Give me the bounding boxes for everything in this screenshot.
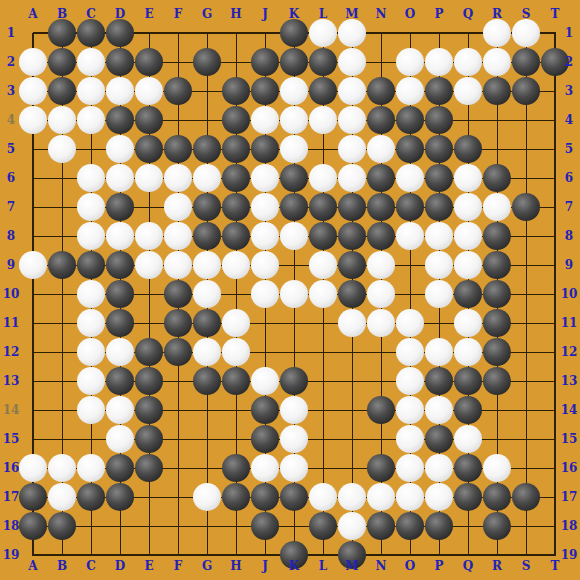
black-stone-D17 (106, 483, 134, 511)
white-stone-B16 (48, 454, 76, 482)
white-stone-P2 (425, 48, 453, 76)
white-stone-C8 (77, 222, 105, 250)
row-label-right-17: 17 (561, 490, 578, 504)
white-stone-C13 (77, 367, 105, 395)
col-label-top-D: D (115, 7, 125, 21)
col-label-bottom-R: R (492, 559, 502, 573)
black-stone-B1 (48, 19, 76, 47)
white-stone-C12 (77, 338, 105, 366)
col-label-bottom-S: S (522, 559, 531, 573)
white-stone-P8 (425, 222, 453, 250)
row-label-right-3: 3 (565, 84, 573, 98)
black-stone-R17 (483, 483, 511, 511)
row-label-right-19: 19 (561, 548, 578, 562)
white-stone-C7 (77, 193, 105, 221)
black-stone-C9 (77, 251, 105, 279)
white-stone-L6 (309, 164, 337, 192)
white-stone-O17 (396, 483, 424, 511)
black-stone-E15 (135, 425, 163, 453)
col-label-top-S: S (522, 7, 531, 21)
white-stone-L9 (309, 251, 337, 279)
black-stone-G13 (193, 367, 221, 395)
white-stone-D5 (106, 135, 134, 163)
black-stone-O4 (396, 106, 424, 134)
black-stone-D7 (106, 193, 134, 221)
col-label-bottom-J: J (262, 559, 268, 573)
row-label-left-3: 3 (7, 84, 15, 98)
row-label-left-19: 19 (3, 548, 20, 562)
white-stone-K4 (280, 106, 308, 134)
grid-vline-S (526, 33, 527, 556)
white-stone-D3 (106, 77, 134, 105)
white-stone-Q9 (454, 251, 482, 279)
row-label-right-12: 12 (561, 345, 578, 359)
black-stone-S17 (512, 483, 540, 511)
white-stone-J6 (251, 164, 279, 192)
col-label-top-K: K (289, 7, 299, 21)
white-stone-C14 (77, 396, 105, 424)
row-label-left-13: 13 (3, 374, 20, 388)
row-label-right-2: 2 (565, 55, 573, 69)
white-stone-R16 (483, 454, 511, 482)
white-stone-C11 (77, 309, 105, 337)
white-stone-P10 (425, 280, 453, 308)
white-stone-K3 (280, 77, 308, 105)
white-stone-M18 (338, 512, 366, 540)
black-stone-M9 (338, 251, 366, 279)
black-stone-H3 (222, 77, 250, 105)
black-stone-F11 (164, 309, 192, 337)
white-stone-Q8 (454, 222, 482, 250)
row-label-right-8: 8 (565, 229, 573, 243)
black-stone-O18 (396, 512, 424, 540)
row-label-left-15: 15 (3, 432, 20, 446)
black-stone-B9 (48, 251, 76, 279)
col-label-bottom-D: D (115, 559, 125, 573)
black-stone-M7 (338, 193, 366, 221)
white-stone-F8 (164, 222, 192, 250)
black-stone-D1 (106, 19, 134, 47)
white-stone-J9 (251, 251, 279, 279)
black-stone-B18 (48, 512, 76, 540)
white-stone-A4 (19, 106, 47, 134)
row-label-right-18: 18 (561, 519, 578, 533)
black-stone-G7 (193, 193, 221, 221)
white-stone-H11 (222, 309, 250, 337)
white-stone-N9 (367, 251, 395, 279)
grid-vline-T (554, 33, 556, 556)
black-stone-H8 (222, 222, 250, 250)
white-stone-L4 (309, 106, 337, 134)
black-stone-N6 (367, 164, 395, 192)
black-stone-P15 (425, 425, 453, 453)
black-stone-P18 (425, 512, 453, 540)
go-board[interactable]: AABBCCDDEEFFGGHHJJKKLLMMNNOOPPQQRRSSTT11… (0, 0, 580, 580)
white-stone-P16 (425, 454, 453, 482)
black-stone-D9 (106, 251, 134, 279)
white-stone-G9 (193, 251, 221, 279)
white-stone-N11 (367, 309, 395, 337)
col-label-top-A: A (28, 7, 37, 21)
black-stone-L18 (309, 512, 337, 540)
black-stone-S7 (512, 193, 540, 221)
col-label-bottom-C: C (86, 559, 96, 573)
black-stone-H13 (222, 367, 250, 395)
black-stone-K2 (280, 48, 308, 76)
black-stone-B2 (48, 48, 76, 76)
white-stone-P9 (425, 251, 453, 279)
col-label-top-M: M (345, 7, 358, 21)
black-stone-K13 (280, 367, 308, 395)
white-stone-M1 (338, 19, 366, 47)
white-stone-K10 (280, 280, 308, 308)
white-stone-J13 (251, 367, 279, 395)
black-stone-D10 (106, 280, 134, 308)
white-stone-O13 (396, 367, 424, 395)
row-label-right-10: 10 (561, 287, 578, 301)
white-stone-O2 (396, 48, 424, 76)
col-label-bottom-G: G (202, 559, 212, 573)
white-stone-Q7 (454, 193, 482, 221)
black-stone-D2 (106, 48, 134, 76)
black-stone-P7 (425, 193, 453, 221)
black-stone-R18 (483, 512, 511, 540)
white-stone-A9 (19, 251, 47, 279)
white-stone-P12 (425, 338, 453, 366)
white-stone-M5 (338, 135, 366, 163)
white-stone-E8 (135, 222, 163, 250)
col-label-bottom-L: L (319, 559, 327, 573)
black-stone-P6 (425, 164, 453, 192)
black-stone-K6 (280, 164, 308, 192)
white-stone-J4 (251, 106, 279, 134)
white-stone-O15 (396, 425, 424, 453)
row-label-right-15: 15 (561, 432, 578, 446)
col-label-bottom-Q: Q (463, 559, 473, 573)
col-label-top-B: B (57, 7, 67, 21)
black-stone-Q17 (454, 483, 482, 511)
row-label-left-17: 17 (3, 490, 20, 504)
white-stone-F9 (164, 251, 192, 279)
black-stone-L7 (309, 193, 337, 221)
black-stone-C1 (77, 19, 105, 47)
row-label-left-2: 2 (7, 55, 15, 69)
col-label-bottom-E: E (144, 559, 153, 573)
black-stone-N16 (367, 454, 395, 482)
white-stone-C6 (77, 164, 105, 192)
black-stone-H6 (222, 164, 250, 192)
row-label-right-13: 13 (561, 374, 578, 388)
white-stone-P17 (425, 483, 453, 511)
white-stone-G10 (193, 280, 221, 308)
black-stone-J15 (251, 425, 279, 453)
row-label-right-4: 4 (565, 113, 573, 127)
white-stone-H9 (222, 251, 250, 279)
row-label-left-9: 9 (7, 258, 15, 272)
col-label-bottom-N: N (376, 559, 387, 573)
black-stone-R6 (483, 164, 511, 192)
black-stone-E2 (135, 48, 163, 76)
black-stone-N18 (367, 512, 395, 540)
black-stone-K1 (280, 19, 308, 47)
black-stone-E14 (135, 396, 163, 424)
row-label-left-11: 11 (3, 316, 20, 330)
white-stone-B17 (48, 483, 76, 511)
white-stone-C10 (77, 280, 105, 308)
white-stone-C3 (77, 77, 105, 105)
row-label-left-10: 10 (3, 287, 20, 301)
black-stone-H4 (222, 106, 250, 134)
black-stone-Q13 (454, 367, 482, 395)
white-stone-M2 (338, 48, 366, 76)
black-stone-S2 (512, 48, 540, 76)
white-stone-M6 (338, 164, 366, 192)
black-stone-E13 (135, 367, 163, 395)
col-label-bottom-K: K (289, 559, 299, 573)
col-label-top-P: P (434, 7, 443, 21)
black-stone-G2 (193, 48, 221, 76)
col-label-top-H: H (230, 7, 241, 21)
white-stone-R1 (483, 19, 511, 47)
black-stone-G8 (193, 222, 221, 250)
white-stone-J16 (251, 454, 279, 482)
row-label-left-5: 5 (7, 142, 15, 156)
black-stone-L8 (309, 222, 337, 250)
black-stone-G11 (193, 309, 221, 337)
black-stone-F3 (164, 77, 192, 105)
black-stone-Q14 (454, 396, 482, 424)
black-stone-J5 (251, 135, 279, 163)
white-stone-L10 (309, 280, 337, 308)
black-stone-P4 (425, 106, 453, 134)
black-stone-D4 (106, 106, 134, 134)
white-stone-J7 (251, 193, 279, 221)
white-stone-Q3 (454, 77, 482, 105)
white-stone-Q11 (454, 309, 482, 337)
row-label-right-1: 1 (565, 26, 573, 40)
white-stone-O12 (396, 338, 424, 366)
white-stone-S1 (512, 19, 540, 47)
white-stone-E3 (135, 77, 163, 105)
row-label-left-18: 18 (3, 519, 20, 533)
white-stone-C4 (77, 106, 105, 134)
white-stone-C2 (77, 48, 105, 76)
black-stone-N3 (367, 77, 395, 105)
row-label-left-12: 12 (3, 345, 20, 359)
row-label-left-4: 4 (7, 113, 15, 127)
white-stone-D8 (106, 222, 134, 250)
black-stone-R12 (483, 338, 511, 366)
black-stone-D13 (106, 367, 134, 395)
white-stone-G6 (193, 164, 221, 192)
white-stone-R2 (483, 48, 511, 76)
black-stone-R13 (483, 367, 511, 395)
white-stone-O16 (396, 454, 424, 482)
black-stone-O7 (396, 193, 424, 221)
white-stone-F6 (164, 164, 192, 192)
black-stone-C17 (77, 483, 105, 511)
black-stone-B3 (48, 77, 76, 105)
black-stone-J14 (251, 396, 279, 424)
white-stone-D6 (106, 164, 134, 192)
white-stone-M4 (338, 106, 366, 134)
black-stone-Q16 (454, 454, 482, 482)
white-stone-M3 (338, 77, 366, 105)
col-label-bottom-H: H (230, 559, 241, 573)
white-stone-M11 (338, 309, 366, 337)
white-stone-E6 (135, 164, 163, 192)
black-stone-F10 (164, 280, 192, 308)
black-stone-M8 (338, 222, 366, 250)
white-stone-K16 (280, 454, 308, 482)
col-label-bottom-F: F (174, 559, 183, 573)
row-label-right-7: 7 (565, 200, 573, 214)
col-label-top-T: T (551, 7, 560, 21)
black-stone-N4 (367, 106, 395, 134)
black-stone-P3 (425, 77, 453, 105)
white-stone-L1 (309, 19, 337, 47)
black-stone-P5 (425, 135, 453, 163)
white-stone-B4 (48, 106, 76, 134)
col-label-bottom-A: A (28, 559, 37, 573)
white-stone-D12 (106, 338, 134, 366)
black-stone-D11 (106, 309, 134, 337)
col-label-top-Q: Q (463, 7, 473, 21)
white-stone-J8 (251, 222, 279, 250)
white-stone-D14 (106, 396, 134, 424)
white-stone-O6 (396, 164, 424, 192)
black-stone-N14 (367, 396, 395, 424)
black-stone-H7 (222, 193, 250, 221)
col-label-bottom-P: P (434, 559, 443, 573)
black-stone-O5 (396, 135, 424, 163)
black-stone-K17 (280, 483, 308, 511)
col-label-top-L: L (319, 7, 327, 21)
black-stone-A17 (19, 483, 47, 511)
white-stone-C16 (77, 454, 105, 482)
white-stone-R7 (483, 193, 511, 221)
black-stone-L2 (309, 48, 337, 76)
white-stone-A2 (19, 48, 47, 76)
black-stone-Q5 (454, 135, 482, 163)
white-stone-Q6 (454, 164, 482, 192)
black-stone-E4 (135, 106, 163, 134)
white-stone-Q12 (454, 338, 482, 366)
black-stone-F12 (164, 338, 192, 366)
white-stone-F7 (164, 193, 192, 221)
black-stone-A18 (19, 512, 47, 540)
col-label-top-C: C (86, 7, 96, 21)
black-stone-F5 (164, 135, 192, 163)
black-stone-E5 (135, 135, 163, 163)
col-label-top-R: R (492, 7, 502, 21)
row-label-right-16: 16 (561, 461, 578, 475)
white-stone-E9 (135, 251, 163, 279)
row-label-left-6: 6 (7, 171, 15, 185)
black-stone-L3 (309, 77, 337, 105)
black-stone-N8 (367, 222, 395, 250)
white-stone-Q2 (454, 48, 482, 76)
row-label-left-8: 8 (7, 229, 15, 243)
black-stone-J18 (251, 512, 279, 540)
row-label-left-16: 16 (3, 461, 20, 475)
row-label-right-9: 9 (565, 258, 573, 272)
black-stone-N7 (367, 193, 395, 221)
white-stone-K5 (280, 135, 308, 163)
col-label-top-G: G (202, 7, 212, 21)
white-stone-L17 (309, 483, 337, 511)
white-stone-Q15 (454, 425, 482, 453)
white-stone-N10 (367, 280, 395, 308)
white-stone-K15 (280, 425, 308, 453)
black-stone-E12 (135, 338, 163, 366)
grid-hline-18 (33, 526, 556, 527)
white-stone-O3 (396, 77, 424, 105)
black-stone-J3 (251, 77, 279, 105)
black-stone-M10 (338, 280, 366, 308)
row-label-right-6: 6 (565, 171, 573, 185)
white-stone-D15 (106, 425, 134, 453)
col-label-top-F: F (174, 7, 183, 21)
white-stone-A3 (19, 77, 47, 105)
white-stone-J10 (251, 280, 279, 308)
row-label-right-11: 11 (561, 316, 578, 330)
col-label-bottom-B: B (57, 559, 67, 573)
white-stone-P14 (425, 396, 453, 424)
row-label-right-5: 5 (565, 142, 573, 156)
row-label-left-1: 1 (7, 26, 15, 40)
col-label-bottom-M: M (345, 559, 358, 573)
black-stone-R3 (483, 77, 511, 105)
white-stone-N17 (367, 483, 395, 511)
col-label-bottom-O: O (405, 559, 415, 573)
black-stone-R11 (483, 309, 511, 337)
col-label-top-J: J (262, 7, 268, 21)
col-label-top-O: O (405, 7, 415, 21)
black-stone-Q10 (454, 280, 482, 308)
white-stone-G17 (193, 483, 221, 511)
col-label-bottom-T: T (551, 559, 560, 573)
row-label-right-14: 14 (561, 403, 578, 417)
black-stone-H17 (222, 483, 250, 511)
black-stone-R8 (483, 222, 511, 250)
black-stone-H16 (222, 454, 250, 482)
white-stone-G12 (193, 338, 221, 366)
white-stone-K14 (280, 396, 308, 424)
black-stone-E16 (135, 454, 163, 482)
white-stone-M17 (338, 483, 366, 511)
black-stone-G5 (193, 135, 221, 163)
black-stone-D16 (106, 454, 134, 482)
row-label-left-7: 7 (7, 200, 15, 214)
col-label-top-N: N (376, 7, 387, 21)
black-stone-J17 (251, 483, 279, 511)
white-stone-O8 (396, 222, 424, 250)
black-stone-R10 (483, 280, 511, 308)
white-stone-K8 (280, 222, 308, 250)
white-stone-B5 (48, 135, 76, 163)
col-label-top-E: E (144, 7, 153, 21)
black-stone-P13 (425, 367, 453, 395)
white-stone-A16 (19, 454, 47, 482)
row-label-left-14: 14 (3, 403, 20, 417)
black-stone-R9 (483, 251, 511, 279)
black-stone-J2 (251, 48, 279, 76)
black-stone-S3 (512, 77, 540, 105)
white-stone-O14 (396, 396, 424, 424)
black-stone-K7 (280, 193, 308, 221)
white-stone-N5 (367, 135, 395, 163)
